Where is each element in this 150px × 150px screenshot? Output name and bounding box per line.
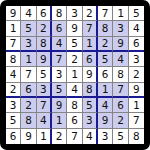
cell-r3c9[interactable]: 6 [129, 37, 144, 52]
cell-r3c1[interactable]: 7 [6, 37, 21, 52]
cell-r7c3[interactable]: 7 [37, 98, 52, 113]
cell-r7c6[interactable]: 5 [83, 98, 98, 113]
cell-r7c9[interactable]: 1 [129, 98, 144, 113]
cell-r5c8[interactable]: 8 [113, 67, 128, 82]
cell-r3c3[interactable]: 8 [37, 37, 52, 52]
cell-r2c4[interactable]: 6 [52, 21, 67, 36]
cell-r6c9[interactable]: 9 [129, 83, 144, 98]
cell-r5c7[interactable]: 6 [98, 67, 113, 82]
cell-r7c4[interactable]: 9 [52, 98, 67, 113]
cell-r4c2[interactable]: 1 [21, 52, 36, 67]
cell-r5c6[interactable]: 9 [83, 67, 98, 82]
cell-r3c7[interactable]: 2 [98, 37, 113, 52]
cell-r6c5[interactable]: 4 [67, 83, 82, 98]
cell-r9c4[interactable]: 2 [52, 129, 67, 144]
cell-r4c1[interactable]: 8 [6, 52, 21, 67]
cell-r9c3[interactable]: 1 [37, 129, 52, 144]
cell-r9c8[interactable]: 5 [113, 129, 128, 144]
cell-r3c6[interactable]: 1 [83, 37, 98, 52]
cell-r2c9[interactable]: 4 [129, 21, 144, 36]
cell-r4c3[interactable]: 9 [37, 52, 52, 67]
cell-r3c5[interactable]: 5 [67, 37, 82, 52]
cell-r4c5[interactable]: 2 [67, 52, 82, 67]
cell-r7c8[interactable]: 6 [113, 98, 128, 113]
cell-r1c5[interactable]: 3 [67, 6, 82, 21]
cell-r8c2[interactable]: 8 [21, 113, 36, 128]
cell-r2c8[interactable]: 3 [113, 21, 128, 36]
cell-r3c8[interactable]: 9 [113, 37, 128, 52]
cell-r6c4[interactable]: 5 [52, 83, 67, 98]
cell-r1c3[interactable]: 6 [37, 6, 52, 21]
cell-r1c2[interactable]: 4 [21, 6, 36, 21]
cell-r4c4[interactable]: 7 [52, 52, 67, 67]
cell-r2c7[interactable]: 8 [98, 21, 113, 36]
cell-r5c4[interactable]: 3 [52, 67, 67, 82]
cell-r8c8[interactable]: 2 [113, 113, 128, 128]
cell-r9c5[interactable]: 7 [67, 129, 82, 144]
cell-r5c1[interactable]: 4 [6, 67, 21, 82]
cell-r2c5[interactable]: 9 [67, 21, 82, 36]
cell-r3c2[interactable]: 3 [21, 37, 36, 52]
cell-r3c4[interactable]: 4 [52, 37, 67, 52]
cell-r2c6[interactable]: 7 [83, 21, 98, 36]
cell-r7c7[interactable]: 4 [98, 98, 113, 113]
sudoku-board: 9468327151526978347384512968197265434753… [6, 6, 144, 144]
cell-r8c3[interactable]: 4 [37, 113, 52, 128]
cell-r8c7[interactable]: 9 [98, 113, 113, 128]
cell-r5c5[interactable]: 1 [67, 67, 82, 82]
cell-r6c8[interactable]: 7 [113, 83, 128, 98]
cell-r4c6[interactable]: 6 [83, 52, 98, 67]
cell-r6c6[interactable]: 8 [83, 83, 98, 98]
cell-r8c1[interactable]: 5 [6, 113, 21, 128]
cell-r7c1[interactable]: 3 [6, 98, 21, 113]
cell-r1c4[interactable]: 8 [52, 6, 67, 21]
cell-r6c2[interactable]: 6 [21, 83, 36, 98]
cell-r4c8[interactable]: 4 [113, 52, 128, 67]
cell-r1c1[interactable]: 9 [6, 6, 21, 21]
cell-r7c2[interactable]: 2 [21, 98, 36, 113]
cell-r1c8[interactable]: 1 [113, 6, 128, 21]
cell-r1c9[interactable]: 5 [129, 6, 144, 21]
cell-r9c7[interactable]: 3 [98, 129, 113, 144]
cell-r2c2[interactable]: 5 [21, 21, 36, 36]
cell-r5c3[interactable]: 5 [37, 67, 52, 82]
cell-r2c3[interactable]: 2 [37, 21, 52, 36]
cell-r4c9[interactable]: 3 [129, 52, 144, 67]
cell-r7c5[interactable]: 8 [67, 98, 82, 113]
cell-r8c9[interactable]: 7 [129, 113, 144, 128]
cell-r9c6[interactable]: 4 [83, 129, 98, 144]
cell-r1c7[interactable]: 7 [98, 6, 113, 21]
cell-r8c5[interactable]: 6 [67, 113, 82, 128]
cell-r6c1[interactable]: 2 [6, 83, 21, 98]
cell-r9c9[interactable]: 8 [129, 129, 144, 144]
cell-r1c6[interactable]: 2 [83, 6, 98, 21]
cell-r5c9[interactable]: 2 [129, 67, 144, 82]
cell-r6c7[interactable]: 1 [98, 83, 113, 98]
cell-r8c4[interactable]: 1 [52, 113, 67, 128]
cell-r2c1[interactable]: 1 [6, 21, 21, 36]
cell-r6c3[interactable]: 3 [37, 83, 52, 98]
cell-r4c7[interactable]: 5 [98, 52, 113, 67]
board-frame: 9468327151526978347384512968197265434753… [0, 0, 150, 150]
cell-r9c2[interactable]: 9 [21, 129, 36, 144]
cell-r5c2[interactable]: 7 [21, 67, 36, 82]
cell-r8c6[interactable]: 3 [83, 113, 98, 128]
cell-r9c1[interactable]: 6 [6, 129, 21, 144]
